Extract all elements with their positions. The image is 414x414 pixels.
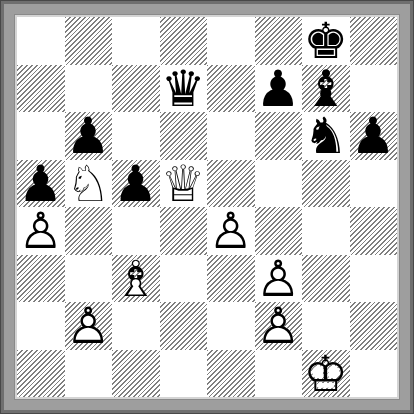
bishop-glyph: ♝: [302, 65, 350, 113]
square-f5[interactable]: [255, 160, 303, 208]
king-outline-layer: ♔: [302, 350, 350, 398]
pawn-outline-layer: ♙: [17, 207, 65, 255]
square-c7[interactable]: [112, 65, 160, 113]
square-f2[interactable]: ♟♙: [255, 302, 303, 350]
square-g3[interactable]: [302, 255, 350, 303]
square-f1[interactable]: [255, 350, 303, 398]
square-a3[interactable]: [17, 255, 65, 303]
square-h1[interactable]: [350, 350, 398, 398]
square-h6[interactable]: ♟: [350, 112, 398, 160]
square-b8[interactable]: [65, 17, 113, 65]
square-e6[interactable]: [207, 112, 255, 160]
pawn-glyph: ♟: [65, 112, 113, 160]
square-e8[interactable]: [207, 17, 255, 65]
square-a5[interactable]: ♟: [17, 160, 65, 208]
square-b4[interactable]: [65, 207, 113, 255]
square-g8[interactable]: ♚: [302, 17, 350, 65]
pawn-glyph: ♟: [255, 65, 303, 113]
square-d2[interactable]: [160, 302, 208, 350]
square-c3[interactable]: ♝♗: [112, 255, 160, 303]
queen-glyph: ♛: [160, 65, 208, 113]
square-a2[interactable]: [17, 302, 65, 350]
chess-board: ♚♛♟♝♟♞♟♟♞♘♟♛♕♟♙♟♙♝♗♟♙♟♙♟♙♚♔: [17, 17, 397, 397]
square-d8[interactable]: [160, 17, 208, 65]
white-king: ♚♔: [302, 350, 350, 398]
pawn-outline-layer: ♙: [207, 207, 255, 255]
white-bishop: ♝♗: [112, 255, 160, 303]
square-h5[interactable]: [350, 160, 398, 208]
black-pawn: ♟: [17, 160, 65, 208]
square-g1[interactable]: ♚♔: [302, 350, 350, 398]
square-d6[interactable]: [160, 112, 208, 160]
square-g4[interactable]: [302, 207, 350, 255]
square-e1[interactable]: [207, 350, 255, 398]
square-c1[interactable]: [112, 350, 160, 398]
square-b5[interactable]: ♞♘: [65, 160, 113, 208]
square-a8[interactable]: [17, 17, 65, 65]
black-queen: ♛: [160, 65, 208, 113]
square-a7[interactable]: [17, 65, 65, 113]
square-c4[interactable]: [112, 207, 160, 255]
square-c6[interactable]: [112, 112, 160, 160]
white-pawn: ♟♙: [17, 207, 65, 255]
square-c2[interactable]: [112, 302, 160, 350]
square-f7[interactable]: ♟: [255, 65, 303, 113]
black-pawn: ♟: [65, 112, 113, 160]
square-d5[interactable]: ♛♕: [160, 160, 208, 208]
white-pawn: ♟♙: [65, 302, 113, 350]
square-h7[interactable]: [350, 65, 398, 113]
pawn-outline-layer: ♙: [65, 302, 113, 350]
square-c8[interactable]: [112, 17, 160, 65]
square-d4[interactable]: [160, 207, 208, 255]
square-f3[interactable]: ♟♙: [255, 255, 303, 303]
black-bishop: ♝: [302, 65, 350, 113]
knight-glyph: ♞: [302, 112, 350, 160]
square-h4[interactable]: [350, 207, 398, 255]
square-f6[interactable]: [255, 112, 303, 160]
square-g5[interactable]: [302, 160, 350, 208]
square-e3[interactable]: [207, 255, 255, 303]
bishop-outline-layer: ♗: [112, 255, 160, 303]
square-e4[interactable]: ♟♙: [207, 207, 255, 255]
black-pawn: ♟: [112, 160, 160, 208]
pawn-glyph: ♟: [350, 112, 398, 160]
white-pawn: ♟♙: [207, 207, 255, 255]
square-d3[interactable]: [160, 255, 208, 303]
pawn-outline-layer: ♙: [255, 255, 303, 303]
pawn-glyph: ♟: [17, 160, 65, 208]
square-a1[interactable]: [17, 350, 65, 398]
square-f8[interactable]: [255, 17, 303, 65]
black-king: ♚: [302, 17, 350, 65]
pawn-glyph: ♟: [112, 160, 160, 208]
square-h8[interactable]: [350, 17, 398, 65]
square-a6[interactable]: [17, 112, 65, 160]
square-g6[interactable]: ♞: [302, 112, 350, 160]
black-pawn: ♟: [255, 65, 303, 113]
square-b1[interactable]: [65, 350, 113, 398]
king-glyph: ♚: [302, 17, 350, 65]
square-e7[interactable]: [207, 65, 255, 113]
knight-outline-layer: ♘: [65, 160, 113, 208]
queen-outline-layer: ♕: [160, 160, 208, 208]
square-b7[interactable]: [65, 65, 113, 113]
square-b3[interactable]: [65, 255, 113, 303]
square-g2[interactable]: [302, 302, 350, 350]
white-pawn: ♟♙: [255, 255, 303, 303]
square-h3[interactable]: [350, 255, 398, 303]
square-d1[interactable]: [160, 350, 208, 398]
square-b2[interactable]: ♟♙: [65, 302, 113, 350]
square-g7[interactable]: ♝: [302, 65, 350, 113]
white-pawn: ♟♙: [255, 302, 303, 350]
square-a4[interactable]: ♟♙: [17, 207, 65, 255]
square-f4[interactable]: [255, 207, 303, 255]
board-frame: ♚♛♟♝♟♞♟♟♞♘♟♛♕♟♙♟♙♝♗♟♙♟♙♟♙♚♔: [0, 0, 414, 414]
pawn-outline-layer: ♙: [255, 302, 303, 350]
square-b6[interactable]: ♟: [65, 112, 113, 160]
white-knight: ♞♘: [65, 160, 113, 208]
square-e5[interactable]: [207, 160, 255, 208]
white-queen: ♛♕: [160, 160, 208, 208]
black-knight: ♞: [302, 112, 350, 160]
square-e2[interactable]: [207, 302, 255, 350]
square-c5[interactable]: ♟: [112, 160, 160, 208]
black-pawn: ♟: [350, 112, 398, 160]
square-d7[interactable]: ♛: [160, 65, 208, 113]
square-h2[interactable]: [350, 302, 398, 350]
